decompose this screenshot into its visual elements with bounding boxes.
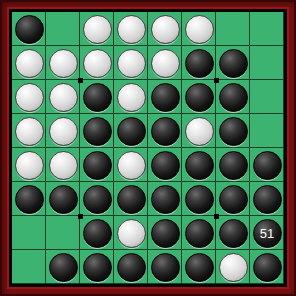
star-point — [214, 214, 219, 219]
board-cell-d7[interactable] — [114, 216, 148, 250]
black-disc — [151, 151, 180, 180]
black-disc — [49, 253, 78, 282]
board-cell-b4[interactable] — [46, 114, 80, 148]
black-disc — [219, 49, 248, 78]
othello-board: 51 — [12, 12, 284, 284]
board-cell-h5[interactable] — [250, 148, 284, 182]
black-disc — [219, 83, 248, 112]
white-disc — [49, 49, 78, 78]
black-disc — [185, 253, 214, 282]
black-disc — [219, 151, 248, 180]
board-cell-f1[interactable] — [182, 12, 216, 46]
board-cell-b8[interactable] — [46, 250, 80, 284]
board-cell-a7[interactable] — [12, 216, 46, 250]
black-disc — [117, 253, 146, 282]
black-disc — [83, 151, 112, 180]
black-disc — [219, 185, 248, 214]
board-cell-g5[interactable] — [216, 148, 250, 182]
white-disc — [49, 117, 78, 146]
black-disc — [15, 185, 44, 214]
board-cell-c8[interactable] — [80, 250, 114, 284]
board-cell-a8[interactable] — [12, 250, 46, 284]
board-cell-h4[interactable] — [250, 114, 284, 148]
black-disc — [185, 49, 214, 78]
board-cell-a3[interactable] — [12, 80, 46, 114]
board-cell-c6[interactable] — [80, 182, 114, 216]
board-cell-h3[interactable] — [250, 80, 284, 114]
black-disc — [253, 151, 282, 180]
board-cell-g7[interactable] — [216, 216, 250, 250]
board-cell-h8[interactable] — [250, 250, 284, 284]
black-disc — [253, 253, 282, 282]
board-cell-f2[interactable] — [182, 46, 216, 80]
star-point — [78, 78, 83, 83]
board-cell-h2[interactable] — [250, 46, 284, 80]
board-cell-e6[interactable] — [148, 182, 182, 216]
board-cell-h6[interactable] — [250, 182, 284, 216]
board-cell-b6[interactable] — [46, 182, 80, 216]
board-cell-c7[interactable] — [80, 216, 114, 250]
board-cell-c2[interactable] — [80, 46, 114, 80]
board-cell-c3[interactable] — [80, 80, 114, 114]
last-move-number: 51 — [260, 227, 274, 240]
board-cell-c4[interactable] — [80, 114, 114, 148]
board-cell-e2[interactable] — [148, 46, 182, 80]
board-cell-e8[interactable] — [148, 250, 182, 284]
white-disc — [151, 15, 180, 44]
black-disc — [151, 83, 180, 112]
black-disc — [49, 185, 78, 214]
black-disc: 51 — [253, 219, 282, 248]
board-cell-b7[interactable] — [46, 216, 80, 250]
white-disc — [219, 253, 248, 282]
white-disc — [151, 49, 180, 78]
white-disc — [185, 15, 214, 44]
white-disc — [117, 15, 146, 44]
board-cell-e7[interactable] — [148, 216, 182, 250]
black-disc — [83, 219, 112, 248]
board-frame: 51 — [0, 0, 296, 296]
black-disc — [151, 253, 180, 282]
board-cell-e1[interactable] — [148, 12, 182, 46]
white-disc — [83, 49, 112, 78]
black-disc — [83, 185, 112, 214]
white-disc — [185, 117, 214, 146]
board-cell-g6[interactable] — [216, 182, 250, 216]
black-disc — [185, 83, 214, 112]
white-disc — [49, 151, 78, 180]
black-disc — [151, 219, 180, 248]
star-point — [78, 214, 83, 219]
board-cell-g1[interactable] — [216, 12, 250, 46]
black-disc — [151, 117, 180, 146]
board-cell-d5[interactable] — [114, 148, 148, 182]
black-disc — [219, 219, 248, 248]
board-cell-a2[interactable] — [12, 46, 46, 80]
board-cell-e4[interactable] — [148, 114, 182, 148]
star-point — [214, 78, 219, 83]
board-cell-f8[interactable] — [182, 250, 216, 284]
board-cell-b5[interactable] — [46, 148, 80, 182]
board-inner-border: 51 — [9, 9, 287, 287]
board-cell-b1[interactable] — [46, 12, 80, 46]
black-disc — [83, 253, 112, 282]
board-cell-g4[interactable] — [216, 114, 250, 148]
board-cell-g3[interactable] — [216, 80, 250, 114]
board-cell-d6[interactable] — [114, 182, 148, 216]
white-disc — [117, 83, 146, 112]
white-disc — [117, 151, 146, 180]
board-cell-h1[interactable] — [250, 12, 284, 46]
black-disc — [117, 117, 146, 146]
board-cell-f3[interactable] — [182, 80, 216, 114]
black-disc — [185, 151, 214, 180]
board-cell-d8[interactable] — [114, 250, 148, 284]
board-cell-a4[interactable] — [12, 114, 46, 148]
board-cell-a5[interactable] — [12, 148, 46, 182]
board-cell-f7[interactable] — [182, 216, 216, 250]
black-disc — [15, 15, 44, 44]
white-disc — [49, 83, 78, 112]
board-cell-g2[interactable] — [216, 46, 250, 80]
board-cell-e3[interactable] — [148, 80, 182, 114]
white-disc — [15, 49, 44, 78]
board-cell-b3[interactable] — [46, 80, 80, 114]
black-disc — [219, 117, 248, 146]
white-disc — [15, 117, 44, 146]
black-disc — [185, 185, 214, 214]
board-cell-d4[interactable] — [114, 114, 148, 148]
white-disc — [117, 219, 146, 248]
white-disc — [83, 15, 112, 44]
black-disc — [117, 185, 146, 214]
white-disc — [117, 49, 146, 78]
board-cell-f5[interactable] — [182, 148, 216, 182]
board-cell-h7[interactable]: 51 — [250, 216, 284, 250]
board-cell-d3[interactable] — [114, 80, 148, 114]
board-cell-f6[interactable] — [182, 182, 216, 216]
board-cell-d2[interactable] — [114, 46, 148, 80]
board-cell-a6[interactable] — [12, 182, 46, 216]
board-cell-a1[interactable] — [12, 12, 46, 46]
board-cell-c5[interactable] — [80, 148, 114, 182]
black-disc — [185, 219, 214, 248]
black-disc — [83, 83, 112, 112]
board-cell-f4[interactable] — [182, 114, 216, 148]
board-cell-g8[interactable] — [216, 250, 250, 284]
board-cell-e5[interactable] — [148, 148, 182, 182]
black-disc — [253, 185, 282, 214]
board-cell-b2[interactable] — [46, 46, 80, 80]
white-disc — [15, 83, 44, 112]
black-disc — [151, 185, 180, 214]
black-disc — [83, 117, 112, 146]
board-cell-c1[interactable] — [80, 12, 114, 46]
board-cell-d1[interactable] — [114, 12, 148, 46]
white-disc — [15, 151, 44, 180]
